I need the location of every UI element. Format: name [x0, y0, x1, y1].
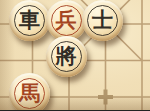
piece-character: 馬 [9, 72, 50, 110]
piece-red-horse[interactable]: 馬 [9, 73, 50, 111]
piece-black-advisor[interactable]: 士 [82, 0, 123, 41]
piece-red-soldier[interactable]: 兵 [46, 0, 87, 41]
piece-character: 士 [82, 0, 123, 40]
piece-character: 將 [46, 36, 87, 77]
piece-black-chariot[interactable]: 車 [9, 0, 50, 41]
pieces-layer: 車兵士將馬 [0, 0, 150, 110]
piece-black-general[interactable]: 將 [46, 36, 87, 77]
xiangqi-board-crop: 車兵士將馬 [0, 0, 150, 110]
piece-character: 兵 [46, 0, 87, 40]
piece-character: 車 [9, 0, 50, 40]
